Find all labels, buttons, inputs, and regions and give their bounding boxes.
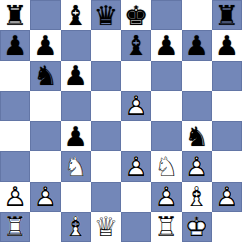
square-g2[interactable]: ♝♗: [182, 182, 212, 212]
square-e8[interactable]: ♚: [121, 0, 151, 30]
square-c6[interactable]: ♟: [61, 61, 91, 91]
square-c5[interactable]: [61, 91, 91, 121]
square-c2[interactable]: [61, 182, 91, 212]
square-f8[interactable]: [151, 0, 181, 30]
square-d7[interactable]: [91, 30, 121, 60]
piece-black-knight: ♞: [31, 61, 60, 90]
piece-black-pawn: ♟: [182, 31, 211, 60]
piece-white-knight: ♞♘: [61, 152, 90, 181]
square-e7[interactable]: ♝: [121, 30, 151, 60]
piece-black-pawn: ♟: [212, 31, 241, 60]
square-b6[interactable]: ♞: [30, 61, 60, 91]
square-g5[interactable]: [182, 91, 212, 121]
square-h5[interactable]: [212, 91, 242, 121]
square-a8[interactable]: ♜: [0, 0, 30, 30]
square-c8[interactable]: ♝: [61, 0, 91, 30]
piece-white-pawn: ♟♙: [182, 152, 211, 181]
piece-white-pawn: ♟♙: [122, 91, 151, 120]
square-g6[interactable]: [182, 61, 212, 91]
piece-black-rook: ♜: [212, 1, 241, 30]
square-c7[interactable]: [61, 30, 91, 60]
square-f3[interactable]: ♞♘: [151, 151, 181, 181]
piece-white-rook: ♜♖: [1, 212, 30, 241]
square-h1[interactable]: [212, 212, 242, 242]
square-e3[interactable]: ♟♙: [121, 151, 151, 181]
chess-board: ♜♝♛♚♜♟♟♝♟♟♟♞♟♟♙♟♞♞♘♟♙♞♘♟♙♟♙♟♙♟♙♝♗♟♙♜♖♝♗♛…: [0, 0, 242, 242]
piece-white-pawn: ♟♙: [31, 182, 60, 211]
piece-white-queen: ♛♕: [91, 212, 120, 241]
square-b7[interactable]: ♟: [30, 30, 60, 60]
piece-white-bishop: ♝♗: [61, 212, 90, 241]
square-a7[interactable]: ♟: [0, 30, 30, 60]
square-a2[interactable]: ♟♙: [0, 182, 30, 212]
square-d5[interactable]: [91, 91, 121, 121]
square-f4[interactable]: [151, 121, 181, 151]
square-a4[interactable]: [0, 121, 30, 151]
square-d2[interactable]: [91, 182, 121, 212]
square-a1[interactable]: ♜♖: [0, 212, 30, 242]
piece-black-pawn: ♟: [61, 122, 90, 151]
square-e5[interactable]: ♟♙: [121, 91, 151, 121]
square-a3[interactable]: [0, 151, 30, 181]
square-e2[interactable]: [121, 182, 151, 212]
piece-white-pawn: ♟♙: [1, 182, 30, 211]
square-c4[interactable]: ♟: [61, 121, 91, 151]
square-f6[interactable]: [151, 61, 181, 91]
piece-white-pawn: ♟♙: [152, 182, 181, 211]
piece-black-pawn: ♟: [1, 31, 30, 60]
square-b5[interactable]: [30, 91, 60, 121]
square-d3[interactable]: [91, 151, 121, 181]
square-a5[interactable]: [0, 91, 30, 121]
piece-white-bishop: ♝♗: [182, 182, 211, 211]
square-f1[interactable]: ♜♖: [151, 212, 181, 242]
piece-white-pawn: ♟♙: [212, 182, 241, 211]
square-g4[interactable]: ♞: [182, 121, 212, 151]
square-c1[interactable]: ♝♗: [61, 212, 91, 242]
piece-black-pawn: ♟: [61, 61, 90, 90]
square-f7[interactable]: ♟: [151, 30, 181, 60]
square-h3[interactable]: [212, 151, 242, 181]
square-h2[interactable]: ♟♙: [212, 182, 242, 212]
piece-black-pawn: ♟: [152, 31, 181, 60]
piece-white-rook: ♜♖: [152, 212, 181, 241]
square-g8[interactable]: [182, 0, 212, 30]
square-b1[interactable]: [30, 212, 60, 242]
square-e6[interactable]: [121, 61, 151, 91]
piece-black-bishop: ♝: [61, 1, 90, 30]
piece-black-pawn: ♟: [31, 31, 60, 60]
piece-white-king: ♚♔: [182, 212, 211, 241]
square-b2[interactable]: ♟♙: [30, 182, 60, 212]
square-b8[interactable]: [30, 0, 60, 30]
square-e4[interactable]: [121, 121, 151, 151]
piece-black-knight: ♞: [182, 122, 211, 151]
square-h7[interactable]: ♟: [212, 30, 242, 60]
square-d1[interactable]: ♛♕: [91, 212, 121, 242]
square-b3[interactable]: [30, 151, 60, 181]
square-f2[interactable]: ♟♙: [151, 182, 181, 212]
square-h4[interactable]: [212, 121, 242, 151]
square-e1[interactable]: [121, 212, 151, 242]
square-g7[interactable]: ♟: [182, 30, 212, 60]
square-b4[interactable]: [30, 121, 60, 151]
piece-black-king: ♚: [122, 1, 151, 30]
square-a6[interactable]: [0, 61, 30, 91]
square-h8[interactable]: ♜: [212, 0, 242, 30]
piece-white-knight: ♞♘: [152, 152, 181, 181]
square-g1[interactable]: ♚♔: [182, 212, 212, 242]
square-d4[interactable]: [91, 121, 121, 151]
piece-white-pawn: ♟♙: [122, 152, 151, 181]
piece-black-bishop: ♝: [122, 31, 151, 60]
square-d6[interactable]: [91, 61, 121, 91]
square-d8[interactable]: ♛: [91, 0, 121, 30]
square-h6[interactable]: [212, 61, 242, 91]
square-f5[interactable]: [151, 91, 181, 121]
piece-black-queen: ♛: [91, 1, 120, 30]
square-c3[interactable]: ♞♘: [61, 151, 91, 181]
square-g3[interactable]: ♟♙: [182, 151, 212, 181]
piece-black-rook: ♜: [1, 1, 30, 30]
